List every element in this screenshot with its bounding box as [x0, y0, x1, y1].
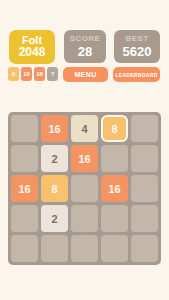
empty-cell	[71, 175, 98, 202]
empty-cell	[41, 235, 68, 262]
queue-tile-?: ?	[47, 67, 58, 81]
tile-8-new: 8	[101, 115, 128, 142]
empty-cell	[131, 145, 158, 172]
board[interactable]: 1648216168162	[8, 112, 161, 265]
empty-cell	[71, 205, 98, 232]
tile-queue: 81616?	[8, 67, 58, 81]
tile-16: 16	[11, 175, 38, 202]
empty-cell	[131, 115, 158, 142]
empty-cell	[11, 115, 38, 142]
empty-cell	[101, 235, 128, 262]
app-screen: Folt 2048 SCORE 28 BEST 5620 81616? MENU…	[0, 0, 169, 300]
empty-cell	[11, 205, 38, 232]
queue-tile-16: 16	[21, 67, 32, 81]
tile-8: 8	[41, 175, 68, 202]
app-logo-tile: Folt 2048	[9, 30, 55, 64]
queue-tile-16: 16	[34, 67, 45, 81]
score-label: SCORE	[70, 34, 100, 44]
score-box: SCORE 28	[64, 30, 106, 63]
best-box: BEST 5620	[114, 30, 160, 63]
tile-4: 4	[71, 115, 98, 142]
best-value: 5620	[123, 44, 152, 60]
leaderboard-button[interactable]: LEADERBOARD	[113, 67, 160, 82]
tile-16: 16	[71, 145, 98, 172]
empty-cell	[131, 175, 158, 202]
tile-2: 2	[41, 205, 68, 232]
empty-cell	[11, 235, 38, 262]
app-title-number: 2048	[19, 46, 46, 60]
best-label: BEST	[126, 34, 149, 44]
empty-cell	[101, 145, 128, 172]
tile-16: 16	[101, 175, 128, 202]
tile-2: 2	[41, 145, 68, 172]
empty-cell	[11, 145, 38, 172]
queue-tile-8: 8	[8, 67, 19, 81]
empty-cell	[71, 235, 98, 262]
tile-16: 16	[41, 115, 68, 142]
empty-cell	[101, 205, 128, 232]
empty-cell	[131, 205, 158, 232]
empty-cell	[131, 235, 158, 262]
score-value: 28	[78, 44, 92, 60]
menu-button[interactable]: MENU	[63, 67, 108, 82]
